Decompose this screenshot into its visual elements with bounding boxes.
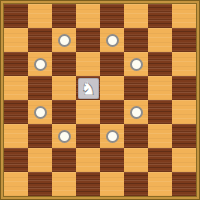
move-marker-circle[interactable] [130, 106, 143, 119]
board-square-g2[interactable] [148, 148, 172, 172]
move-marker-circle[interactable] [130, 58, 143, 71]
board-square-b4[interactable] [28, 100, 52, 124]
board-square-g5[interactable] [148, 76, 172, 100]
board-square-d8[interactable] [76, 4, 100, 28]
board-square-f3[interactable] [124, 124, 148, 148]
move-marker-circle[interactable] [34, 106, 47, 119]
board-square-a2[interactable] [4, 148, 28, 172]
board-square-g3[interactable] [148, 124, 172, 148]
board-square-c1[interactable] [52, 172, 76, 196]
board-square-c2[interactable] [52, 148, 76, 172]
board-square-b2[interactable] [28, 148, 52, 172]
board-square-c7[interactable] [52, 28, 76, 52]
board-frame: ♞♘ [0, 0, 200, 200]
board-square-d6[interactable] [76, 52, 100, 76]
move-marker-circle[interactable] [106, 130, 119, 143]
board-square-b6[interactable] [28, 52, 52, 76]
board-square-e8[interactable] [100, 4, 124, 28]
board-square-h2[interactable] [172, 148, 196, 172]
board-square-d3[interactable] [76, 124, 100, 148]
board-square-d5[interactable]: ♞♘ [76, 76, 100, 100]
knight-outline-glyph: ♘ [78, 78, 99, 99]
board-square-f4[interactable] [124, 100, 148, 124]
board-square-e6[interactable] [100, 52, 124, 76]
board-square-d4[interactable] [76, 100, 100, 124]
board-square-e2[interactable] [100, 148, 124, 172]
board-square-c8[interactable] [52, 4, 76, 28]
board-square-c5[interactable] [52, 76, 76, 100]
board-square-e3[interactable] [100, 124, 124, 148]
board-square-g7[interactable] [148, 28, 172, 52]
move-marker-circle[interactable] [34, 58, 47, 71]
board-square-e7[interactable] [100, 28, 124, 52]
board-square-b5[interactable] [28, 76, 52, 100]
board-square-h7[interactable] [172, 28, 196, 52]
board-square-h3[interactable] [172, 124, 196, 148]
board-square-b1[interactable] [28, 172, 52, 196]
white-knight-piece[interactable]: ♞♘ [78, 78, 99, 99]
board-square-d2[interactable] [76, 148, 100, 172]
board-square-g6[interactable] [148, 52, 172, 76]
move-marker-circle[interactable] [106, 34, 119, 47]
board-square-a4[interactable] [4, 100, 28, 124]
board-square-f2[interactable] [124, 148, 148, 172]
board-square-b7[interactable] [28, 28, 52, 52]
board-square-f8[interactable] [124, 4, 148, 28]
board-square-g8[interactable] [148, 4, 172, 28]
move-marker-circle[interactable] [58, 130, 71, 143]
move-marker-circle[interactable] [58, 34, 71, 47]
chess-board: ♞♘ [3, 3, 197, 197]
board-square-c3[interactable] [52, 124, 76, 148]
board-square-d1[interactable] [76, 172, 100, 196]
board-square-b3[interactable] [28, 124, 52, 148]
board-square-a6[interactable] [4, 52, 28, 76]
board-square-f5[interactable] [124, 76, 148, 100]
board-square-h5[interactable] [172, 76, 196, 100]
board-square-a7[interactable] [4, 28, 28, 52]
board-square-g1[interactable] [148, 172, 172, 196]
board-square-c6[interactable] [52, 52, 76, 76]
board-square-b8[interactable] [28, 4, 52, 28]
board-square-e5[interactable] [100, 76, 124, 100]
board-square-a1[interactable] [4, 172, 28, 196]
board-square-h4[interactable] [172, 100, 196, 124]
board-square-g4[interactable] [148, 100, 172, 124]
board-square-e4[interactable] [100, 100, 124, 124]
board-square-e1[interactable] [100, 172, 124, 196]
board-square-h1[interactable] [172, 172, 196, 196]
board-square-h6[interactable] [172, 52, 196, 76]
board-square-d7[interactable] [76, 28, 100, 52]
board-square-c4[interactable] [52, 100, 76, 124]
board-square-a3[interactable] [4, 124, 28, 148]
board-square-f1[interactable] [124, 172, 148, 196]
board-square-a8[interactable] [4, 4, 28, 28]
board-square-h8[interactable] [172, 4, 196, 28]
board-square-f6[interactable] [124, 52, 148, 76]
board-square-f7[interactable] [124, 28, 148, 52]
board-square-a5[interactable] [4, 76, 28, 100]
